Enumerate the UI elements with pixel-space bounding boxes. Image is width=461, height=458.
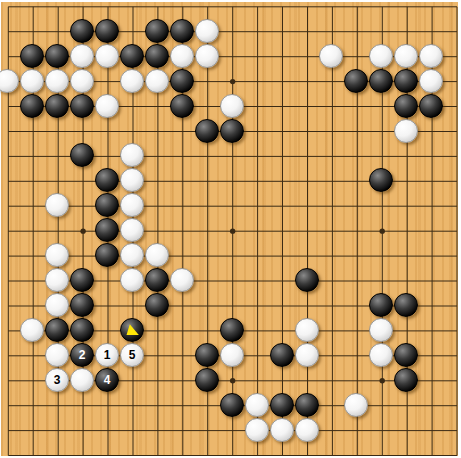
stone-black-F17[interactable] xyxy=(120,44,144,68)
stone-black-S15[interactable] xyxy=(419,94,443,118)
stone-white-S17[interactable] xyxy=(419,44,443,68)
stone-white-F5[interactable]: 5 xyxy=(120,343,144,367)
star-point xyxy=(380,378,385,383)
stone-black-J5[interactable] xyxy=(195,343,219,367)
stone-black-N8[interactable] xyxy=(295,268,319,292)
star-point xyxy=(80,228,85,233)
stone-white-N5[interactable] xyxy=(295,343,319,367)
stone-black-D18[interactable] xyxy=(70,19,94,43)
stone-black-R4[interactable] xyxy=(394,368,418,392)
stone-white-E5[interactable]: 1 xyxy=(95,343,119,367)
stone-white-N2[interactable] xyxy=(295,418,319,442)
stone-white-C8[interactable] xyxy=(45,268,69,292)
stone-black-K3[interactable] xyxy=(220,393,244,417)
stone-black-F6[interactable] xyxy=(120,318,144,342)
stone-white-D16[interactable] xyxy=(70,69,94,93)
stone-black-D8[interactable] xyxy=(70,268,94,292)
stone-white-Q17[interactable] xyxy=(369,44,393,68)
stone-white-L2[interactable] xyxy=(245,418,269,442)
stone-black-E4[interactable]: 4 xyxy=(95,368,119,392)
stone-black-D5[interactable]: 2 xyxy=(70,343,94,367)
stone-white-F16[interactable] xyxy=(120,69,144,93)
stone-black-E9[interactable] xyxy=(95,243,119,267)
stone-white-K15[interactable] xyxy=(220,94,244,118)
go-board-frame: 21534 xyxy=(0,0,461,458)
stone-white-C5[interactable] xyxy=(45,343,69,367)
stone-black-K6[interactable] xyxy=(220,318,244,342)
stone-black-B15[interactable] xyxy=(20,94,44,118)
stone-white-P3[interactable] xyxy=(344,393,368,417)
stone-white-H17[interactable] xyxy=(170,44,194,68)
stone-black-G8[interactable] xyxy=(145,268,169,292)
stone-black-H18[interactable] xyxy=(170,19,194,43)
stone-black-Q16[interactable] xyxy=(369,69,393,93)
stone-white-M2[interactable] xyxy=(270,418,294,442)
stone-black-J14[interactable] xyxy=(195,119,219,143)
star-point xyxy=(230,228,235,233)
stone-white-J18[interactable] xyxy=(195,19,219,43)
stone-black-N3[interactable] xyxy=(295,393,319,417)
stone-black-C15[interactable] xyxy=(45,94,69,118)
stone-black-H15[interactable] xyxy=(170,94,194,118)
stone-white-O17[interactable] xyxy=(319,44,343,68)
star-point xyxy=(230,378,235,383)
stone-black-G7[interactable] xyxy=(145,293,169,317)
stone-black-R7[interactable] xyxy=(394,293,418,317)
stone-white-B6[interactable] xyxy=(20,318,44,342)
move-number-label: 1 xyxy=(104,349,111,361)
stone-white-F11[interactable] xyxy=(120,193,144,217)
stone-black-H16[interactable] xyxy=(170,69,194,93)
board-grid-lines xyxy=(0,0,461,458)
stone-white-N6[interactable] xyxy=(295,318,319,342)
stone-white-F9[interactable] xyxy=(120,243,144,267)
stone-black-D6[interactable] xyxy=(70,318,94,342)
move-number-label: 5 xyxy=(129,349,136,361)
stone-black-R5[interactable] xyxy=(394,343,418,367)
stone-white-G16[interactable] xyxy=(145,69,169,93)
stone-black-M3[interactable] xyxy=(270,393,294,417)
triangle-marker xyxy=(125,323,140,337)
stone-black-K14[interactable] xyxy=(220,119,244,143)
stone-black-M5[interactable] xyxy=(270,343,294,367)
stone-black-E11[interactable] xyxy=(95,193,119,217)
star-point xyxy=(230,79,235,84)
stone-black-G17[interactable] xyxy=(145,44,169,68)
stone-white-G9[interactable] xyxy=(145,243,169,267)
stone-white-H8[interactable] xyxy=(170,268,194,292)
stone-white-L3[interactable] xyxy=(245,393,269,417)
move-number-label: 3 xyxy=(54,374,61,386)
stone-white-E17[interactable] xyxy=(95,44,119,68)
move-number-label: 4 xyxy=(104,374,111,386)
stone-black-E18[interactable] xyxy=(95,19,119,43)
stone-white-R14[interactable] xyxy=(394,119,418,143)
stone-black-E10[interactable] xyxy=(95,218,119,242)
move-number-label: 2 xyxy=(79,349,86,361)
stone-black-B17[interactable] xyxy=(20,44,44,68)
stone-black-J4[interactable] xyxy=(195,368,219,392)
stone-white-C16[interactable] xyxy=(45,69,69,93)
stone-black-C6[interactable] xyxy=(45,318,69,342)
stone-white-B16[interactable] xyxy=(20,69,44,93)
stone-white-K5[interactable] xyxy=(220,343,244,367)
stone-white-D4[interactable] xyxy=(70,368,94,392)
stone-white-J17[interactable] xyxy=(195,44,219,68)
stone-white-F10[interactable] xyxy=(120,218,144,242)
stone-black-C17[interactable] xyxy=(45,44,69,68)
stone-white-E15[interactable] xyxy=(95,94,119,118)
stone-white-S16[interactable] xyxy=(419,69,443,93)
stone-white-C4[interactable]: 3 xyxy=(45,368,69,392)
star-point xyxy=(380,228,385,233)
stone-white-Q5[interactable] xyxy=(369,343,393,367)
stone-black-R16[interactable] xyxy=(394,69,418,93)
stone-white-C7[interactable] xyxy=(45,293,69,317)
stone-white-F8[interactable] xyxy=(120,268,144,292)
stone-black-P16[interactable] xyxy=(344,69,368,93)
stone-black-D7[interactable] xyxy=(70,293,94,317)
stone-black-D15[interactable] xyxy=(70,94,94,118)
stone-white-D17[interactable] xyxy=(70,44,94,68)
stone-black-R15[interactable] xyxy=(394,94,418,118)
stone-white-R17[interactable] xyxy=(394,44,418,68)
stone-black-G18[interactable] xyxy=(145,19,169,43)
